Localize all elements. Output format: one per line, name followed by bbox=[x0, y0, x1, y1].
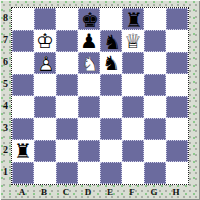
rank-label-4: 4 bbox=[0, 95, 11, 117]
file-label-c: C bbox=[55, 186, 77, 198]
white-queen-glyph: ♕ bbox=[122, 30, 144, 52]
piece-white-queen: ♛♕ bbox=[122, 30, 144, 52]
square-e4[interactable] bbox=[100, 96, 122, 118]
rank-labels: 87654321 bbox=[0, 7, 11, 183]
square-b2[interactable] bbox=[34, 140, 56, 162]
black-knight-glyph: ♞ bbox=[100, 52, 122, 74]
square-c1[interactable] bbox=[56, 162, 78, 184]
square-d1[interactable] bbox=[78, 162, 100, 184]
square-e5[interactable] bbox=[100, 74, 122, 96]
rank-label-3: 3 bbox=[0, 117, 11, 139]
square-f6[interactable] bbox=[122, 52, 144, 74]
file-label-e: E bbox=[99, 186, 121, 198]
square-f3[interactable] bbox=[122, 118, 144, 140]
square-e8[interactable] bbox=[100, 8, 122, 30]
square-c8[interactable] bbox=[56, 8, 78, 30]
piece-white-knight: ♞♘ bbox=[79, 53, 101, 75]
square-a6[interactable] bbox=[12, 52, 34, 74]
file-label-d: D bbox=[77, 186, 99, 198]
piece-black-rook: ♜ bbox=[12, 140, 34, 162]
square-f7[interactable]: ♛♕ bbox=[122, 30, 144, 52]
black-rook-glyph: ♜ bbox=[123, 9, 145, 31]
square-a7[interactable] bbox=[12, 30, 34, 52]
square-d8[interactable]: ♚ bbox=[78, 8, 100, 30]
file-label-b: B bbox=[33, 186, 55, 198]
square-b4[interactable] bbox=[34, 96, 56, 118]
square-g2[interactable] bbox=[144, 140, 166, 162]
square-d7[interactable]: ♟ bbox=[78, 30, 100, 52]
white-knight-glyph: ♘ bbox=[79, 53, 101, 75]
square-h1[interactable] bbox=[166, 162, 188, 184]
square-e1[interactable] bbox=[100, 162, 122, 184]
square-a5[interactable] bbox=[12, 74, 34, 96]
square-h2[interactable] bbox=[166, 140, 188, 162]
square-c3[interactable] bbox=[56, 118, 78, 140]
white-pawn-fill: ♟ bbox=[35, 53, 57, 75]
square-f2[interactable] bbox=[122, 140, 144, 162]
square-e6[interactable]: ♞ bbox=[100, 52, 122, 74]
file-label-a: A bbox=[11, 186, 33, 198]
rank-label-1: 1 bbox=[0, 161, 11, 183]
white-king-glyph: ♔ bbox=[34, 30, 56, 52]
square-b6[interactable]: ♟♙ bbox=[34, 52, 56, 74]
file-label-g: G bbox=[143, 186, 165, 198]
square-b7[interactable]: ♚♔ bbox=[34, 30, 56, 52]
square-b3[interactable] bbox=[34, 118, 56, 140]
square-c2[interactable] bbox=[56, 140, 78, 162]
square-g7[interactable] bbox=[144, 30, 166, 52]
piece-black-knight: ♞ bbox=[100, 52, 122, 74]
piece-black-rook: ♜ bbox=[123, 9, 145, 31]
square-c7[interactable] bbox=[56, 30, 78, 52]
square-b8[interactable] bbox=[34, 8, 56, 30]
square-b5[interactable] bbox=[34, 74, 56, 96]
square-d3[interactable] bbox=[78, 118, 100, 140]
square-g3[interactable] bbox=[144, 118, 166, 140]
square-d5[interactable] bbox=[78, 74, 100, 96]
file-label-h: H bbox=[165, 186, 187, 198]
square-g5[interactable] bbox=[144, 74, 166, 96]
white-knight-fill: ♞ bbox=[79, 53, 101, 75]
square-h6[interactable] bbox=[166, 52, 188, 74]
square-a8[interactable] bbox=[12, 8, 34, 30]
black-king-glyph: ♚ bbox=[79, 9, 101, 31]
square-e3[interactable] bbox=[100, 118, 122, 140]
square-b1[interactable] bbox=[34, 162, 56, 184]
rank-label-2: 2 bbox=[0, 139, 11, 161]
square-f5[interactable] bbox=[122, 74, 144, 96]
piece-white-king: ♚♔ bbox=[34, 30, 56, 52]
white-queen-fill: ♛ bbox=[122, 30, 144, 52]
rank-label-6: 6 bbox=[0, 51, 11, 73]
file-label-f: F bbox=[121, 186, 143, 198]
rank-label-7: 7 bbox=[0, 29, 11, 51]
square-h3[interactable] bbox=[166, 118, 188, 140]
square-g1[interactable] bbox=[144, 162, 166, 184]
piece-black-knight: ♞ bbox=[101, 31, 123, 53]
square-e2[interactable] bbox=[100, 140, 122, 162]
square-c4[interactable] bbox=[56, 96, 78, 118]
square-g8[interactable] bbox=[144, 8, 166, 30]
piece-white-pawn: ♟♙ bbox=[35, 53, 57, 75]
square-h8[interactable] bbox=[166, 8, 188, 30]
square-a4[interactable] bbox=[12, 96, 34, 118]
square-c6[interactable] bbox=[56, 52, 78, 74]
square-h4[interactable] bbox=[166, 96, 188, 118]
square-h5[interactable] bbox=[166, 74, 188, 96]
white-pawn-glyph: ♙ bbox=[35, 53, 57, 75]
square-a3[interactable] bbox=[12, 118, 34, 140]
file-labels: ABCDEFGH bbox=[11, 186, 189, 198]
square-a1[interactable] bbox=[12, 162, 34, 184]
square-d4[interactable] bbox=[78, 96, 100, 118]
piece-black-king: ♚ bbox=[79, 9, 101, 31]
black-rook-glyph: ♜ bbox=[12, 140, 34, 162]
square-h7[interactable] bbox=[166, 30, 188, 52]
square-c5[interactable] bbox=[56, 74, 78, 96]
square-f8[interactable]: ♜ bbox=[122, 8, 144, 30]
square-e7[interactable]: ♞ bbox=[100, 30, 122, 52]
square-f4[interactable] bbox=[122, 96, 144, 118]
piece-black-pawn: ♟ bbox=[78, 30, 100, 52]
square-f1[interactable] bbox=[122, 162, 144, 184]
white-king-fill: ♚ bbox=[34, 30, 56, 52]
chess-board: ♚♜♚♔♟♞♛♕♟♙♞♘♞♜ bbox=[11, 7, 189, 185]
rank-label-8: 8 bbox=[0, 7, 11, 29]
square-d2[interactable] bbox=[78, 140, 100, 162]
rank-label-5: 5 bbox=[0, 73, 11, 95]
black-pawn-glyph: ♟ bbox=[78, 30, 100, 52]
square-d6[interactable]: ♞♘ bbox=[78, 52, 100, 74]
chess-board-frame: 87654321 ♚♜♚♔♟♞♛♕♟♙♞♘♞♜ ABCDEFGH bbox=[0, 0, 200, 200]
black-knight-glyph: ♞ bbox=[101, 31, 123, 53]
square-g4[interactable] bbox=[144, 96, 166, 118]
square-a2[interactable]: ♜ bbox=[12, 140, 34, 162]
square-g6[interactable] bbox=[144, 52, 166, 74]
